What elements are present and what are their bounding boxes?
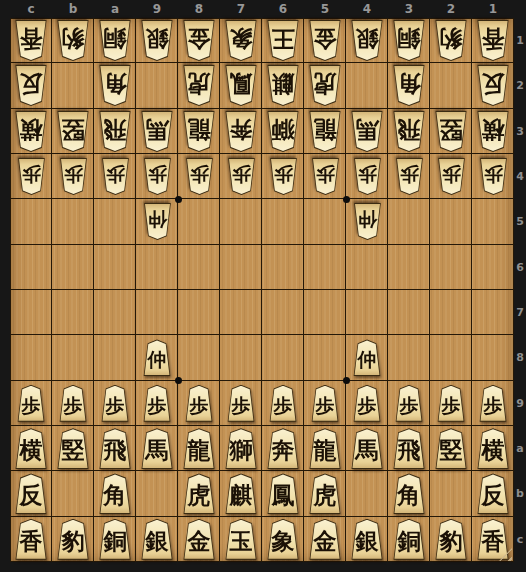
- cell-c3[interactable]: 横: [10, 109, 52, 154]
- piece-pawn-gote[interactable]: 歩: [226, 158, 257, 195]
- piece-rook-gote[interactable]: 飛: [391, 111, 427, 152]
- cell-b6[interactable]: [52, 245, 94, 290]
- piece-king-general-sente[interactable]: 玉: [223, 519, 259, 560]
- promotion-zone-dot: [175, 196, 182, 203]
- koma-face: 反: [476, 66, 510, 105]
- piece-dragon-horse-gote[interactable]: 馬: [139, 111, 175, 152]
- cell-71[interactable]: 象: [220, 18, 262, 63]
- piece-copper-general-gote[interactable]: 銅: [97, 20, 133, 61]
- cell-6a[interactable]: 奔: [262, 426, 304, 471]
- piece-side-mover-gote[interactable]: 横: [475, 111, 511, 152]
- file-label-6: 6: [262, 0, 304, 18]
- cell-23[interactable]: 竪: [430, 109, 472, 154]
- cell-b2[interactable]: [52, 63, 94, 108]
- piece-vertical-mover-sente[interactable]: 竪: [433, 428, 469, 469]
- cell-33[interactable]: 飛: [388, 109, 430, 154]
- cell-96[interactable]: [136, 245, 178, 290]
- cell-37[interactable]: [388, 290, 430, 335]
- koma-kanji: 歩: [232, 165, 251, 184]
- cell-cb[interactable]: 反: [10, 471, 52, 516]
- piece-pawn-sente[interactable]: 歩: [58, 385, 89, 422]
- piece-pawn-sente[interactable]: 歩: [478, 385, 509, 422]
- cell-73[interactable]: 奔: [220, 109, 262, 154]
- cell-16[interactable]: [472, 245, 514, 290]
- cell-b5[interactable]: [52, 199, 94, 244]
- cell-17[interactable]: [472, 290, 514, 335]
- piece-lion-sente[interactable]: 獅: [223, 428, 259, 469]
- cell-54[interactable]: 歩: [304, 154, 346, 199]
- piece-pawn-gote[interactable]: 歩: [142, 158, 173, 195]
- cell-6b[interactable]: 鳳: [262, 471, 304, 516]
- koma-kanji: 馬: [356, 439, 379, 462]
- cell-7a[interactable]: 獅: [220, 426, 262, 471]
- koma-face: 金: [308, 520, 342, 559]
- file-label-9: 9: [136, 0, 178, 18]
- cell-a6[interactable]: [94, 245, 136, 290]
- cell-b8[interactable]: [52, 335, 94, 380]
- koma-kanji: 獅: [230, 439, 253, 462]
- cell-ba[interactable]: 竪: [52, 426, 94, 471]
- cell-85[interactable]: [178, 199, 220, 244]
- cell-98[interactable]: 仲: [136, 335, 178, 380]
- piece-kirin-gote[interactable]: 麒: [265, 65, 301, 106]
- piece-gold-general-sente[interactable]: 金: [307, 519, 343, 560]
- koma-face: 奔: [266, 429, 300, 468]
- koma-kanji: 銅: [104, 27, 127, 50]
- cell-18[interactable]: [472, 335, 514, 380]
- rank-label-7: 7: [514, 290, 526, 335]
- piece-pawn-gote[interactable]: 歩: [58, 158, 89, 195]
- piece-rook-gote[interactable]: 飛: [97, 111, 133, 152]
- cell-45[interactable]: 仲: [346, 199, 388, 244]
- cell-75[interactable]: [220, 199, 262, 244]
- cell-a4[interactable]: 歩: [94, 154, 136, 199]
- koma-kanji: 歩: [400, 396, 419, 415]
- cell-81[interactable]: 金: [178, 18, 220, 63]
- file-label-7: 7: [220, 0, 262, 18]
- cell-61[interactable]: 王: [262, 18, 304, 63]
- koma-face: 歩: [353, 386, 382, 421]
- cell-67[interactable]: [262, 290, 304, 335]
- piece-gold-general-sente[interactable]: 金: [181, 519, 217, 560]
- koma-kanji: 歩: [22, 165, 41, 184]
- koma-face: 鳳: [266, 474, 300, 513]
- piece-pawn-sente[interactable]: 歩: [184, 385, 215, 422]
- cell-4b[interactable]: [346, 471, 388, 516]
- cell-c1[interactable]: 香: [10, 18, 52, 63]
- cell-c4[interactable]: 歩: [10, 154, 52, 199]
- cell-27[interactable]: [430, 290, 472, 335]
- piece-side-mover-sente[interactable]: 横: [13, 428, 49, 469]
- cell-56[interactable]: [304, 245, 346, 290]
- piece-free-king-sente[interactable]: 奔: [265, 428, 301, 469]
- koma-face: 金: [182, 520, 216, 559]
- cell-94[interactable]: 歩: [136, 154, 178, 199]
- cell-14[interactable]: 歩: [472, 154, 514, 199]
- cell-6c[interactable]: 象: [262, 517, 304, 562]
- koma-kanji: 歩: [316, 165, 335, 184]
- koma-face: 金: [182, 21, 216, 60]
- cell-65[interactable]: [262, 199, 304, 244]
- koma-face: 歩: [185, 386, 214, 421]
- cell-13[interactable]: 横: [472, 109, 514, 154]
- koma-kanji: 金: [314, 530, 337, 553]
- koma-face: 歩: [269, 386, 298, 421]
- piece-reverse-chariot-gote[interactable]: 反: [13, 65, 49, 106]
- piece-pawn-gote[interactable]: 歩: [352, 158, 383, 195]
- cell-51[interactable]: 金: [304, 18, 346, 63]
- cell-a2[interactable]: 角: [94, 63, 136, 108]
- cell-3c[interactable]: 銅: [388, 517, 430, 562]
- cell-97[interactable]: [136, 290, 178, 335]
- piece-dragon-horse-sente[interactable]: 馬: [349, 428, 385, 469]
- koma-kanji: 歩: [442, 396, 461, 415]
- piece-bishop-sente[interactable]: 角: [97, 473, 133, 514]
- piece-pawn-gote[interactable]: 歩: [100, 158, 131, 195]
- piece-vertical-mover-gote[interactable]: 竪: [55, 111, 91, 152]
- cell-bc[interactable]: 豹: [52, 517, 94, 562]
- file-label-5: 5: [304, 0, 346, 18]
- cell-8a[interactable]: 龍: [178, 426, 220, 471]
- cell-66[interactable]: [262, 245, 304, 290]
- piece-blind-tiger-gote[interactable]: 虎: [181, 65, 217, 106]
- cell-34[interactable]: 歩: [388, 154, 430, 199]
- koma-kanji: 反: [20, 484, 43, 507]
- piece-free-king-gote[interactable]: 奔: [223, 111, 259, 152]
- cell-ca[interactable]: 横: [10, 426, 52, 471]
- piece-go-between-gote[interactable]: 仲: [352, 203, 383, 240]
- piece-gold-general-gote[interactable]: 金: [181, 20, 217, 61]
- cell-19[interactable]: 歩: [472, 381, 514, 426]
- cell-5b[interactable]: 虎: [304, 471, 346, 516]
- cell-47[interactable]: [346, 290, 388, 335]
- cell-92[interactable]: [136, 63, 178, 108]
- cell-89[interactable]: 歩: [178, 381, 220, 426]
- piece-pawn-gote[interactable]: 歩: [478, 158, 509, 195]
- cell-1b[interactable]: 反: [472, 471, 514, 516]
- koma-kanji: 横: [20, 439, 43, 462]
- cell-77[interactable]: [220, 290, 262, 335]
- piece-blind-tiger-sente[interactable]: 虎: [181, 473, 217, 514]
- piece-pawn-gote[interactable]: 歩: [310, 158, 341, 195]
- file-label-8: 8: [178, 0, 220, 18]
- cell-74[interactable]: 歩: [220, 154, 262, 199]
- piece-reverse-chariot-gote[interactable]: 反: [475, 65, 511, 106]
- piece-dragon-king-gote[interactable]: 龍: [181, 111, 217, 152]
- cell-88[interactable]: [178, 335, 220, 380]
- cell-86[interactable]: [178, 245, 220, 290]
- cell-4c[interactable]: 銀: [346, 517, 388, 562]
- piece-lance-gote[interactable]: 香: [13, 20, 49, 61]
- cell-72[interactable]: 鳳: [220, 63, 262, 108]
- cell-84[interactable]: 歩: [178, 154, 220, 199]
- piece-blind-tiger-gote[interactable]: 虎: [307, 65, 343, 106]
- koma-face: 銀: [140, 21, 174, 60]
- cell-c8[interactable]: [10, 335, 52, 380]
- cell-25[interactable]: [430, 199, 472, 244]
- koma-kanji: 馬: [356, 118, 379, 141]
- cell-39[interactable]: 歩: [388, 381, 430, 426]
- piece-reverse-chariot-sente[interactable]: 反: [13, 473, 49, 514]
- koma-face: 歩: [395, 386, 424, 421]
- cell-a1[interactable]: 銅: [94, 18, 136, 63]
- piece-phoenix-gote[interactable]: 鳳: [223, 65, 259, 106]
- piece-rook-sente[interactable]: 飛: [391, 428, 427, 469]
- cell-79[interactable]: 歩: [220, 381, 262, 426]
- cell-87[interactable]: [178, 290, 220, 335]
- cell-46[interactable]: [346, 245, 388, 290]
- koma-face: 歩: [17, 386, 46, 421]
- koma-face: 豹: [56, 21, 90, 60]
- cell-63[interactable]: 獅: [262, 109, 304, 154]
- koma-kanji: 龍: [188, 439, 211, 462]
- piece-dragon-horse-sente[interactable]: 馬: [139, 428, 175, 469]
- cell-4a[interactable]: 馬: [346, 426, 388, 471]
- koma-face: 鳳: [224, 66, 258, 105]
- koma-face: 虎: [182, 474, 216, 513]
- piece-rook-sente[interactable]: 飛: [97, 428, 133, 469]
- cell-a5[interactable]: [94, 199, 136, 244]
- cell-15[interactable]: [472, 199, 514, 244]
- piece-silver-general-sente[interactable]: 銀: [349, 519, 385, 560]
- piece-bishop-sente[interactable]: 角: [391, 473, 427, 514]
- piece-gold-general-gote[interactable]: 金: [307, 20, 343, 61]
- piece-go-between-gote[interactable]: 仲: [142, 203, 173, 240]
- cell-44[interactable]: 歩: [346, 154, 388, 199]
- chu-shogi-board-app: cba987654321 123456789abc 香豹銅銀金象王金銀銅豹香反角…: [0, 0, 526, 572]
- cell-a9[interactable]: 歩: [94, 381, 136, 426]
- cell-8c[interactable]: 金: [178, 517, 220, 562]
- cell-53[interactable]: 龍: [304, 109, 346, 154]
- koma-kanji: 角: [398, 484, 421, 507]
- cell-ac[interactable]: 銅: [94, 517, 136, 562]
- cell-5c[interactable]: 金: [304, 517, 346, 562]
- piece-side-mover-sente[interactable]: 横: [475, 428, 511, 469]
- cell-35[interactable]: [388, 199, 430, 244]
- koma-kanji: 香: [20, 530, 43, 553]
- cell-c5[interactable]: [10, 199, 52, 244]
- cell-76[interactable]: [220, 245, 262, 290]
- piece-copper-general-sente[interactable]: 銅: [97, 519, 133, 560]
- cell-21[interactable]: 豹: [430, 18, 472, 63]
- cell-64[interactable]: 歩: [262, 154, 304, 199]
- koma-kanji: 歩: [316, 396, 335, 415]
- koma-kanji: 歩: [400, 165, 419, 184]
- piece-lance-sente[interactable]: 香: [13, 519, 49, 560]
- piece-silver-general-gote[interactable]: 銀: [139, 20, 175, 61]
- cell-c6[interactable]: [10, 245, 52, 290]
- cell-a8[interactable]: [94, 335, 136, 380]
- koma-kanji: 王: [272, 27, 295, 50]
- piece-drunk-elephant-gote[interactable]: 象: [223, 20, 259, 61]
- cell-22[interactable]: [430, 63, 472, 108]
- koma-face: 象: [266, 520, 300, 559]
- cell-48[interactable]: 仲: [346, 335, 388, 380]
- koma-kanji: 角: [104, 484, 127, 507]
- cell-8b[interactable]: 虎: [178, 471, 220, 516]
- piece-king-general-gote-gote[interactable]: 王: [265, 20, 301, 61]
- cell-42[interactable]: [346, 63, 388, 108]
- cell-31[interactable]: 銅: [388, 18, 430, 63]
- piece-lance-gote[interactable]: 香: [475, 20, 511, 61]
- piece-reverse-chariot-sente[interactable]: 反: [475, 473, 511, 514]
- cell-3b[interactable]: 角: [388, 471, 430, 516]
- piece-pawn-sente[interactable]: 歩: [268, 385, 299, 422]
- piece-go-between-sente[interactable]: 仲: [142, 339, 173, 376]
- koma-face: 銀: [140, 520, 174, 559]
- cell-c7[interactable]: [10, 290, 52, 335]
- piece-side-mover-gote[interactable]: 横: [13, 111, 49, 152]
- cell-a3[interactable]: 飛: [94, 109, 136, 154]
- cell-26[interactable]: [430, 245, 472, 290]
- cell-b3[interactable]: 竪: [52, 109, 94, 154]
- cell-c2[interactable]: 反: [10, 63, 52, 108]
- cell-28[interactable]: [430, 335, 472, 380]
- cell-7b[interactable]: 麒: [220, 471, 262, 516]
- koma-kanji: 龍: [314, 118, 337, 141]
- koma-face: 馬: [140, 429, 174, 468]
- cell-43[interactable]: 馬: [346, 109, 388, 154]
- cell-24[interactable]: 歩: [430, 154, 472, 199]
- piece-bishop-gote[interactable]: 角: [97, 65, 133, 106]
- piece-pawn-sente[interactable]: 歩: [310, 385, 341, 422]
- cell-69[interactable]: 歩: [262, 381, 304, 426]
- piece-vertical-mover-sente[interactable]: 竪: [55, 428, 91, 469]
- piece-copper-general-sente[interactable]: 銅: [391, 519, 427, 560]
- cell-59[interactable]: 歩: [304, 381, 346, 426]
- cell-52[interactable]: 虎: [304, 63, 346, 108]
- cell-b7[interactable]: [52, 290, 94, 335]
- cell-b4[interactable]: 歩: [52, 154, 94, 199]
- piece-dragon-king-gote[interactable]: 龍: [307, 111, 343, 152]
- koma-kanji: 歩: [106, 165, 125, 184]
- koma-kanji: 豹: [440, 27, 463, 50]
- cell-93[interactable]: 馬: [136, 109, 178, 154]
- piece-pawn-sente[interactable]: 歩: [436, 385, 467, 422]
- piece-blind-tiger-sente[interactable]: 虎: [307, 473, 343, 514]
- koma-kanji: 鳳: [230, 72, 253, 95]
- cell-cc[interactable]: 香: [10, 517, 52, 562]
- cell-11[interactable]: 香: [472, 18, 514, 63]
- piece-ferocious-leopard-sente[interactable]: 豹: [55, 519, 91, 560]
- piece-go-between-sente[interactable]: 仲: [352, 339, 383, 376]
- cell-82[interactable]: 虎: [178, 63, 220, 108]
- piece-vertical-mover-gote[interactable]: 竪: [433, 111, 469, 152]
- koma-kanji: 馬: [146, 118, 169, 141]
- piece-pawn-gote[interactable]: 歩: [436, 158, 467, 195]
- koma-kanji: 龍: [314, 439, 337, 462]
- cell-c9[interactable]: 歩: [10, 381, 52, 426]
- piece-pawn-gote[interactable]: 歩: [16, 158, 47, 195]
- cell-57[interactable]: [304, 290, 346, 335]
- cell-5a[interactable]: 龍: [304, 426, 346, 471]
- cell-38[interactable]: [388, 335, 430, 380]
- piece-lance-sente[interactable]: 香: [475, 519, 511, 560]
- piece-silver-general-gote[interactable]: 銀: [349, 20, 385, 61]
- piece-pawn-sente[interactable]: 歩: [226, 385, 257, 422]
- cell-32[interactable]: 角: [388, 63, 430, 108]
- piece-pawn-sente[interactable]: 歩: [394, 385, 425, 422]
- piece-pawn-gote[interactable]: 歩: [184, 158, 215, 195]
- piece-pawn-sente[interactable]: 歩: [16, 385, 47, 422]
- cell-bb[interactable]: [52, 471, 94, 516]
- koma-kanji: 歩: [106, 396, 125, 415]
- cell-29[interactable]: 歩: [430, 381, 472, 426]
- cell-49[interactable]: 歩: [346, 381, 388, 426]
- cell-ab[interactable]: 角: [94, 471, 136, 516]
- cell-b9[interactable]: 歩: [52, 381, 94, 426]
- cell-91[interactable]: 銀: [136, 18, 178, 63]
- cell-1a[interactable]: 横: [472, 426, 514, 471]
- cell-2a[interactable]: 竪: [430, 426, 472, 471]
- piece-copper-general-gote[interactable]: 銅: [391, 20, 427, 61]
- cell-b1[interactable]: 豹: [52, 18, 94, 63]
- piece-pawn-sente[interactable]: 歩: [352, 385, 383, 422]
- cell-3a[interactable]: 飛: [388, 426, 430, 471]
- cell-a7[interactable]: [94, 290, 136, 335]
- koma-kanji: 玉: [230, 530, 253, 553]
- cell-83[interactable]: 龍: [178, 109, 220, 154]
- koma-face: 銅: [392, 21, 426, 60]
- piece-pawn-gote[interactable]: 歩: [268, 158, 299, 195]
- piece-ferocious-leopard-gote[interactable]: 豹: [433, 20, 469, 61]
- koma-face: 馬: [350, 112, 384, 151]
- koma-kanji: 歩: [148, 165, 167, 184]
- piece-pawn-sente[interactable]: 歩: [142, 385, 173, 422]
- cell-55[interactable]: [304, 199, 346, 244]
- cell-95[interactable]: 仲: [136, 199, 178, 244]
- piece-ferocious-leopard-sente[interactable]: 豹: [433, 519, 469, 560]
- cell-2b[interactable]: [430, 471, 472, 516]
- cell-36[interactable]: [388, 245, 430, 290]
- piece-pawn-gote[interactable]: 歩: [394, 158, 425, 195]
- koma-kanji: 反: [482, 72, 505, 95]
- koma-kanji: 奔: [272, 439, 295, 462]
- cell-2c[interactable]: 豹: [430, 517, 472, 562]
- koma-face: 香: [14, 21, 48, 60]
- piece-phoenix-sente[interactable]: 鳳: [265, 473, 301, 514]
- rank-label-9: 9: [514, 381, 526, 426]
- cell-62[interactable]: 麒: [262, 63, 304, 108]
- cell-9c[interactable]: 銀: [136, 517, 178, 562]
- cell-12[interactable]: 反: [472, 63, 514, 108]
- koma-face: 飛: [98, 112, 132, 151]
- piece-dragon-king-sente[interactable]: 龍: [181, 428, 217, 469]
- koma-face: 香: [476, 21, 510, 60]
- piece-dragon-horse-gote[interactable]: 馬: [349, 111, 385, 152]
- koma-face: 奔: [224, 112, 258, 151]
- piece-ferocious-leopard-gote[interactable]: 豹: [55, 20, 91, 61]
- promotion-zone-dot: [343, 377, 350, 384]
- cell-7c[interactable]: 玉: [220, 517, 262, 562]
- koma-face: 豹: [434, 520, 468, 559]
- piece-lion-gote[interactable]: 獅: [265, 111, 301, 152]
- cell-9a[interactable]: 馬: [136, 426, 178, 471]
- cell-aa[interactable]: 飛: [94, 426, 136, 471]
- piece-kirin-sente[interactable]: 麒: [223, 473, 259, 514]
- cell-9b[interactable]: [136, 471, 178, 516]
- cell-58[interactable]: [304, 335, 346, 380]
- piece-pawn-sente[interactable]: 歩: [100, 385, 131, 422]
- piece-bishop-gote[interactable]: 角: [391, 65, 427, 106]
- cell-78[interactable]: [220, 335, 262, 380]
- cell-41[interactable]: 銀: [346, 18, 388, 63]
- piece-silver-general-sente[interactable]: 銀: [139, 519, 175, 560]
- cell-99[interactable]: 歩: [136, 381, 178, 426]
- piece-dragon-king-sente[interactable]: 龍: [307, 428, 343, 469]
- cell-68[interactable]: [262, 335, 304, 380]
- piece-drunk-elephant-sente[interactable]: 象: [265, 519, 301, 560]
